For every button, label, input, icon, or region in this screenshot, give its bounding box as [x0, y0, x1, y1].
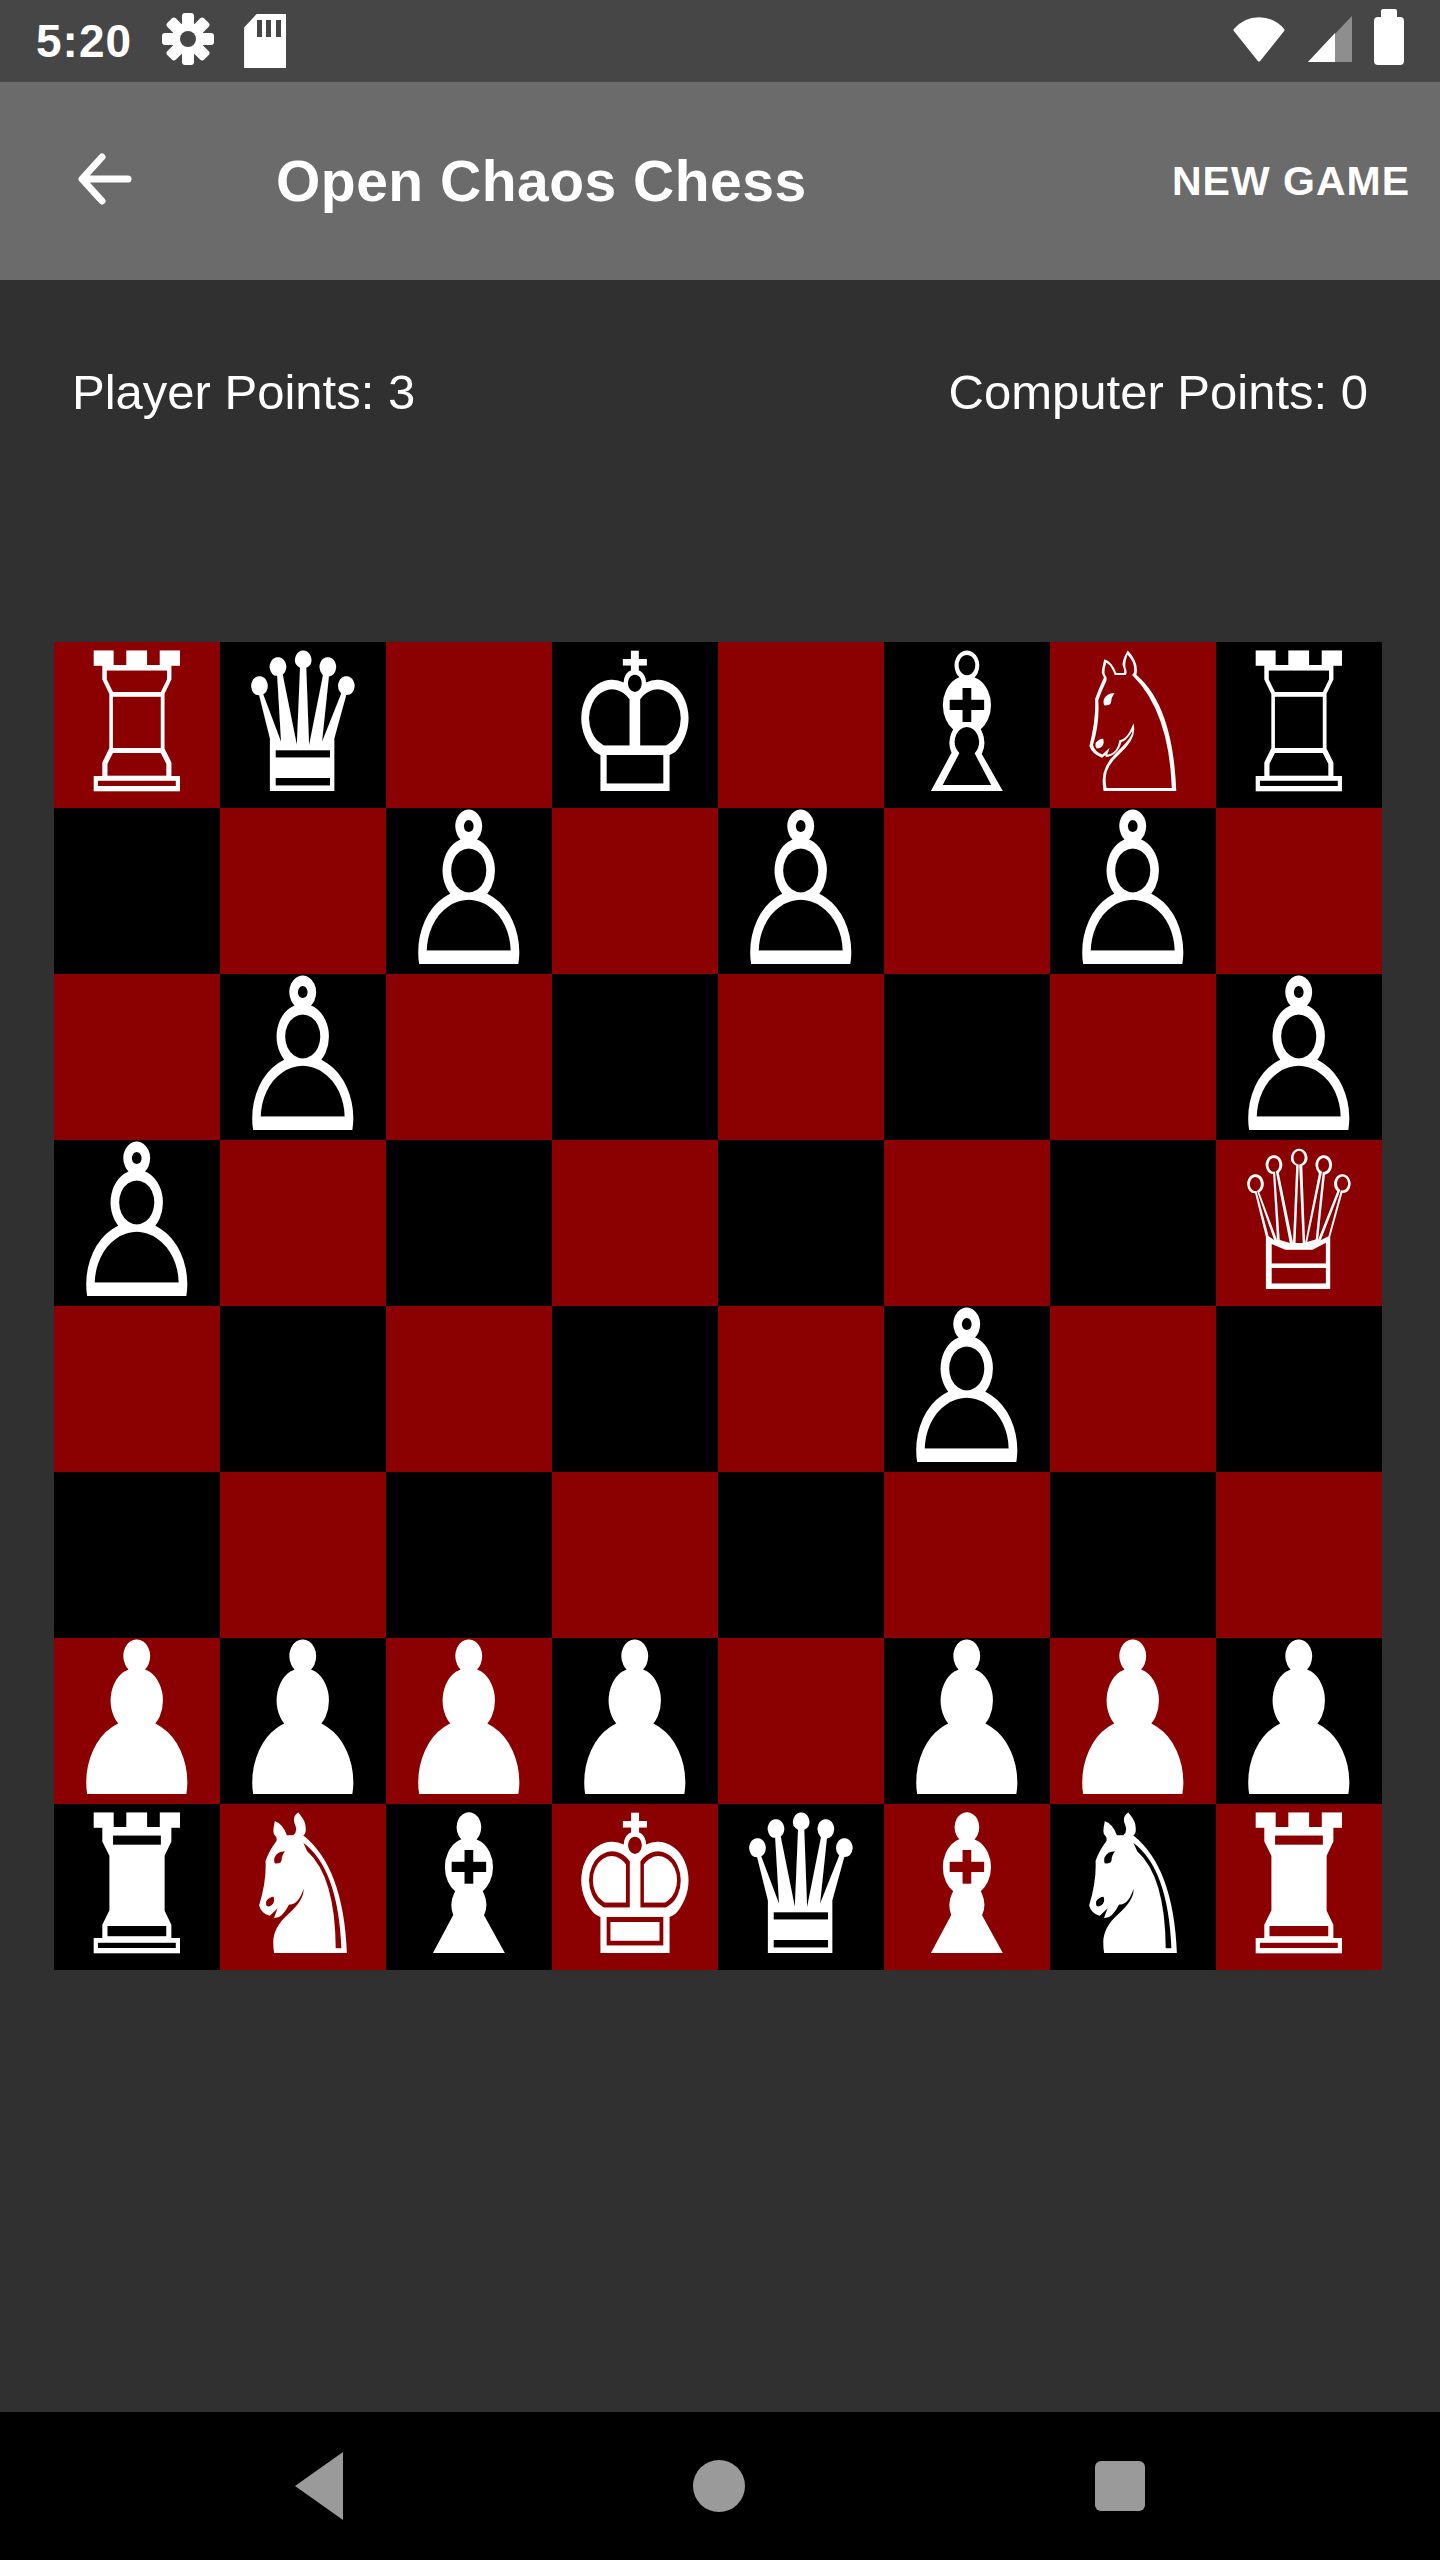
- piece-black-queen: ♕: [1230, 1133, 1367, 1312]
- piece-black-pawn: ♙: [61, 1133, 212, 1312]
- square-d1[interactable]: ♚: [552, 1804, 718, 1970]
- square-h8[interactable]: ♖: [1216, 642, 1382, 808]
- square-d8[interactable]: ♔: [552, 642, 718, 808]
- clock-text: 5:20: [36, 14, 132, 68]
- sd-card-icon: [244, 14, 286, 68]
- piece-black-pawn: ♙: [891, 1299, 1042, 1478]
- square-h1[interactable]: ♜: [1216, 1804, 1382, 1970]
- gear-icon: [162, 13, 214, 69]
- piece-white-knight: ♞: [234, 1797, 371, 1976]
- piece-black-pawn: ♙: [393, 801, 544, 980]
- piece-white-queen: ♛: [732, 1797, 869, 1976]
- computer-points-label: Computer Points: 0: [949, 364, 1368, 420]
- square-g1[interactable]: ♞: [1050, 1804, 1216, 1970]
- nav-home-icon[interactable]: [693, 2460, 745, 2512]
- score-row: Player Points: 3 Computer Points: 0: [0, 280, 1440, 420]
- square-g7[interactable]: ♙: [1050, 808, 1216, 974]
- page-title: Open Chaos Chess: [276, 148, 807, 214]
- square-b4[interactable]: [220, 1306, 386, 1472]
- square-f8[interactable]: ♗: [884, 642, 1050, 808]
- square-d4[interactable]: [552, 1306, 718, 1472]
- nav-back-icon[interactable]: [295, 2452, 343, 2520]
- wifi-icon: [1232, 16, 1286, 66]
- square-a8[interactable]: ♖: [54, 642, 220, 808]
- piece-black-rook: ♖: [1230, 635, 1367, 814]
- square-e7[interactable]: ♙: [718, 808, 884, 974]
- nav-recents-icon[interactable]: [1095, 2461, 1145, 2511]
- square-a1[interactable]: ♜: [54, 1804, 220, 1970]
- square-a5[interactable]: ♙: [54, 1140, 220, 1306]
- piece-white-rook: ♜: [68, 1797, 205, 1976]
- square-d6[interactable]: [552, 974, 718, 1140]
- square-e5[interactable]: [718, 1140, 884, 1306]
- piece-white-king: ♚: [566, 1797, 703, 1976]
- chess-board: ♖♛♔♗♘♖♙♙♙♙♙♙♕♙♟♟♟♟♟♟♟♜♞♝♚♛♝♞♜: [54, 642, 1382, 1970]
- piece-white-bishop: ♝: [400, 1797, 537, 1976]
- piece-black-bishop: ♗: [898, 635, 1035, 814]
- piece-white-bishop: ♝: [898, 1797, 1035, 1976]
- square-c1[interactable]: ♝: [386, 1804, 552, 1970]
- piece-black-king: ♔: [566, 635, 703, 814]
- square-f4[interactable]: ♙: [884, 1306, 1050, 1472]
- app-bar: Open Chaos Chess NEW GAME: [0, 82, 1440, 280]
- square-e4[interactable]: [718, 1306, 884, 1472]
- piece-white-queen: ♛: [234, 635, 371, 814]
- piece-white-rook: ♜: [1230, 1797, 1367, 1976]
- back-arrow-icon[interactable]: [72, 147, 136, 215]
- square-f1[interactable]: ♝: [884, 1804, 1050, 1970]
- new-game-button[interactable]: NEW GAME: [1172, 158, 1410, 205]
- square-e1[interactable]: ♛: [718, 1804, 884, 1970]
- square-b1[interactable]: ♞: [220, 1804, 386, 1970]
- battery-icon: [1374, 17, 1404, 65]
- square-c5[interactable]: [386, 1140, 552, 1306]
- square-b6[interactable]: ♙: [220, 974, 386, 1140]
- piece-black-pawn: ♙: [725, 801, 876, 980]
- square-g4[interactable]: [1050, 1306, 1216, 1472]
- cell-signal-icon: [1308, 16, 1352, 66]
- square-e3[interactable]: [718, 1472, 884, 1638]
- square-h5[interactable]: ♕: [1216, 1140, 1382, 1306]
- piece-black-rook: ♖: [68, 635, 205, 814]
- square-c7[interactable]: ♙: [386, 808, 552, 974]
- square-g5[interactable]: [1050, 1140, 1216, 1306]
- status-bar: 5:20: [0, 0, 1440, 82]
- square-c4[interactable]: [386, 1306, 552, 1472]
- piece-black-pawn: ♙: [227, 967, 378, 1146]
- navigation-bar: [0, 2412, 1440, 2560]
- square-d5[interactable]: [552, 1140, 718, 1306]
- piece-white-knight: ♞: [1064, 1797, 1201, 1976]
- square-b8[interactable]: ♛: [220, 642, 386, 808]
- square-f6[interactable]: [884, 974, 1050, 1140]
- player-points-label: Player Points: 3: [72, 364, 415, 420]
- piece-black-pawn: ♙: [1057, 801, 1208, 980]
